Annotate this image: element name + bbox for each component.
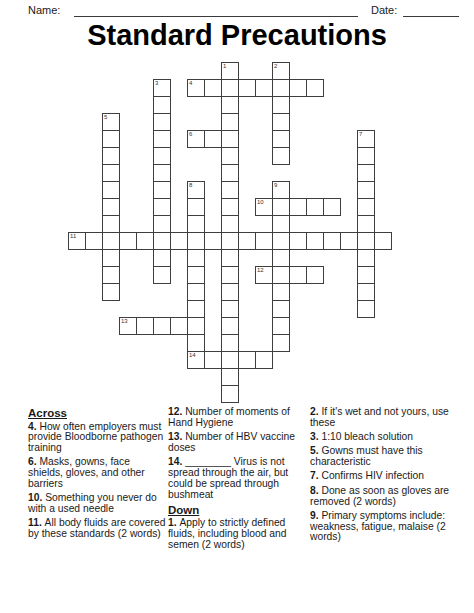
grid-cell-r4-c9[interactable] [221, 130, 239, 148]
grid-cell-r1-c14[interactable] [306, 79, 324, 97]
clue-2: 2. If it's wet and not yours, use these [310, 407, 468, 429]
clue-number-label: 14. [168, 456, 185, 467]
grid-cell-r0-c9[interactable]: 1 [221, 62, 239, 80]
grid-cell-r9-c2[interactable] [102, 215, 120, 233]
grid-cell-r5-c2[interactable] [102, 147, 120, 165]
grid-cell-r10-c4[interactable] [136, 232, 154, 250]
clue-number-label: 5. [310, 445, 321, 456]
grid-cell-r8-c9[interactable] [221, 198, 239, 216]
grid-cell-r13-c2[interactable] [102, 283, 120, 301]
grid-cell-r17-c9[interactable] [221, 351, 239, 369]
grid-cell-r16-c12[interactable] [272, 334, 290, 352]
grid-cell-r15-c12[interactable] [272, 317, 290, 335]
grid-cell-r10-c2[interactable] [102, 232, 120, 250]
grid-cell-r10-c15[interactable] [323, 232, 341, 250]
grid-cell-r10-c0[interactable]: 11 [68, 232, 86, 250]
grid-cell-r12-c7[interactable] [187, 266, 205, 284]
grid-cell-r15-c4[interactable] [136, 317, 154, 335]
grid-cell-r8-c17[interactable] [357, 198, 375, 216]
grid-cell-r6-c17[interactable] [357, 164, 375, 182]
grid-cell-r13-c12[interactable] [272, 283, 290, 301]
grid-cell-r12-c14[interactable] [306, 266, 324, 284]
grid-cell-r3-c9[interactable] [221, 113, 239, 131]
grid-cell-r10-c12[interactable] [272, 232, 290, 250]
grid-cell-r17-c11[interactable] [255, 351, 273, 369]
grid-cell-r2-c9[interactable] [221, 96, 239, 114]
grid-cell-r10-c7[interactable] [187, 232, 205, 250]
clue-3: 3. 1:10 bleach solution [310, 432, 468, 443]
worksheet: Name: Date: Standard Precautions 1234567… [0, 0, 474, 613]
grid-cell-r17-c7[interactable]: 14 [187, 351, 205, 369]
grid-cell-r5-c12[interactable] [272, 147, 290, 165]
cell-number-11: 11 [70, 233, 76, 240]
clue-number-label: 9. [310, 510, 321, 521]
clue-12: 12. Number of moments of Hand Hygiene [168, 407, 308, 429]
grid-cell-r7-c7[interactable]: 8 [187, 181, 205, 199]
grid-cell-r7-c12[interactable]: 9 [272, 181, 290, 199]
grid-cell-r12-c2[interactable] [102, 266, 120, 284]
grid-cell-r15-c5[interactable] [153, 317, 171, 335]
grid-cell-r6-c2[interactable] [102, 164, 120, 182]
clue-number-label: 11. [28, 517, 45, 528]
grid-cell-r8-c12[interactable] [272, 198, 290, 216]
clue-14: 14. ________ Virus is not spread through… [168, 457, 308, 500]
grid-cell-r7-c17[interactable] [357, 181, 375, 199]
cell-number-1: 1 [223, 63, 226, 70]
cell-number-4: 4 [189, 80, 192, 87]
grid-cell-r10-c14[interactable] [306, 232, 324, 250]
grid-cell-r15-c9[interactable] [221, 317, 239, 335]
crossword-grid: 1234567891011121314 [68, 62, 392, 403]
clues-heading-down: Down [168, 504, 308, 516]
grid-cell-r8-c11[interactable]: 10 [255, 198, 273, 216]
grid-cell-r13-c17[interactable] [357, 283, 375, 301]
grid-cell-r15-c6[interactable] [170, 317, 188, 335]
grid-cell-r12-c11[interactable]: 12 [255, 266, 273, 284]
date-fill-line[interactable] [403, 4, 459, 17]
grid-cell-r19-c9[interactable] [221, 385, 239, 403]
grid-cell-r7-c9[interactable] [221, 181, 239, 199]
grid-cell-r5-c5[interactable] [153, 147, 171, 165]
clue-11: 11. All body fluids are covered by these… [28, 518, 166, 540]
clue-number-label: 12. [168, 406, 185, 417]
grid-cell-r10-c11[interactable] [255, 232, 273, 250]
grid-cell-r5-c9[interactable] [221, 147, 239, 165]
grid-cell-r8-c7[interactable] [187, 198, 205, 216]
clues-heading-across: Across [28, 407, 166, 419]
grid-cell-r3-c5[interactable] [153, 113, 171, 131]
grid-cell-r1-c9[interactable] [221, 79, 239, 97]
grid-cell-r10-c3[interactable] [119, 232, 137, 250]
grid-cell-r9-c9[interactable] [221, 215, 239, 233]
page-title: Standard Precautions [0, 19, 474, 52]
grid-cell-r1-c10[interactable] [238, 79, 256, 97]
grid-cell-r9-c7[interactable] [187, 215, 205, 233]
grid-cell-r4-c17[interactable]: 7 [357, 130, 375, 148]
grid-cell-r7-c5[interactable] [153, 181, 171, 199]
grid-cell-r9-c5[interactable] [153, 215, 171, 233]
grid-cell-r9-c12[interactable] [272, 215, 290, 233]
cell-number-7: 7 [359, 131, 362, 138]
worksheet-page: { "game": "crossword", "title": "Standar… [0, 0, 474, 613]
grid-cell-r4-c5[interactable] [153, 130, 171, 148]
grid-cell-r10-c8[interactable] [204, 232, 222, 250]
cell-number-3: 3 [155, 80, 158, 87]
grid-cell-r10-c10[interactable] [238, 232, 256, 250]
grid-cell-r13-c7[interactable] [187, 283, 205, 301]
grid-cell-r1-c8[interactable] [204, 79, 222, 97]
grid-cell-r2-c5[interactable] [153, 96, 171, 114]
grid-cell-r10-c6[interactable] [170, 232, 188, 250]
grid-cell-r11-c9[interactable] [221, 249, 239, 267]
grid-cell-r15-c7[interactable] [187, 317, 205, 335]
grid-cell-r10-c13[interactable] [289, 232, 307, 250]
grid-cell-r1-c13[interactable] [289, 79, 307, 97]
grid-cell-r9-c17[interactable] [357, 215, 375, 233]
grid-cell-r11-c7[interactable] [187, 249, 205, 267]
grid-cell-r0-c12[interactable]: 2 [272, 62, 290, 80]
grid-cell-r3-c2[interactable]: 5 [102, 113, 120, 131]
grid-cell-r18-c9[interactable] [221, 368, 239, 386]
clue-number-label: 8. [310, 485, 321, 496]
clue-number-label: 10. [28, 492, 45, 503]
grid-cell-r11-c12[interactable] [272, 249, 290, 267]
grid-cell-r11-c2[interactable] [102, 249, 120, 267]
grid-cell-r10-c1[interactable] [85, 232, 103, 250]
grid-cell-r3-c12[interactable] [272, 113, 290, 131]
grid-cell-r4-c8[interactable] [204, 130, 222, 148]
clue-column-3: 2. If it's wet and not yours, use these3… [310, 407, 468, 547]
clue-number-label: 2. [310, 406, 321, 417]
clue-column-2: 12. Number of moments of Hand Hygiene13.… [168, 407, 308, 554]
clue-6: 6. Masks, gowns, face shields, gloves, a… [28, 457, 166, 489]
clue-number-label: 1. [168, 517, 179, 528]
grid-cell-r6-c5[interactable] [153, 164, 171, 182]
grid-cell-r1-c12[interactable] [272, 79, 290, 97]
clue-7: 7. Confirms HIV infection [310, 471, 468, 482]
grid-cell-r8-c5[interactable] [153, 198, 171, 216]
grid-cell-r12-c17[interactable] [357, 266, 375, 284]
grid-cell-r17-c8[interactable] [204, 351, 222, 369]
cell-number-10: 10 [257, 199, 264, 206]
clue-8: 8. Done as soon as gloves are removed (2… [310, 486, 468, 508]
grid-cell-r4-c7[interactable]: 6 [187, 130, 205, 148]
grid-cell-r14-c9[interactable] [221, 300, 239, 318]
grid-cell-r1-c5[interactable]: 3 [153, 79, 171, 97]
grid-cell-r14-c12[interactable] [272, 300, 290, 318]
grid-cell-r10-c17[interactable] [357, 232, 375, 250]
grid-cell-r1-c7[interactable]: 4 [187, 79, 205, 97]
grid-cell-r12-c12[interactable] [272, 266, 290, 284]
name-label: Name: [28, 4, 60, 16]
grid-cell-r13-c9[interactable] [221, 283, 239, 301]
clue-4: 4. How often employers must provide Bloo… [28, 422, 166, 454]
grid-cell-r16-c9[interactable] [221, 334, 239, 352]
grid-cell-r4-c12[interactable] [272, 130, 290, 148]
grid-cell-r2-c12[interactable] [272, 96, 290, 114]
clue-5: 5. Gowns must have this characteristic [310, 446, 468, 468]
name-fill-line[interactable] [74, 4, 358, 17]
grid-cell-r17-c10[interactable] [238, 351, 256, 369]
clue-13: 13. Number of HBV vaccine doses [168, 432, 308, 454]
cell-number-8: 8 [189, 182, 192, 189]
grid-cell-r7-c2[interactable] [102, 181, 120, 199]
grid-cell-r10-c18[interactable] [374, 232, 392, 250]
grid-cell-r10-c9[interactable] [221, 232, 239, 250]
cell-number-6: 6 [189, 131, 192, 138]
clue-number-label: 4. [28, 421, 39, 432]
cell-number-14: 14 [189, 352, 196, 359]
grid-cell-r14-c7[interactable] [187, 300, 205, 318]
cell-number-5: 5 [104, 114, 107, 121]
grid-cell-r10-c16[interactable] [340, 232, 358, 250]
grid-cell-r8-c2[interactable] [102, 198, 120, 216]
grid-cell-r8-c13[interactable] [289, 198, 307, 216]
grid-cell-r12-c5[interactable] [153, 266, 171, 284]
grid-cell-r10-c5[interactable] [153, 232, 171, 250]
clue-9: 9. Primary symptoms include: weakness, f… [310, 511, 468, 543]
clue-1: 1. Apply to strictly defined fluids, inc… [168, 518, 308, 550]
grid-cell-r5-c17[interactable] [357, 147, 375, 165]
grid-cell-r15-c3[interactable]: 13 [119, 317, 137, 335]
grid-cell-r12-c9[interactable] [221, 266, 239, 284]
clue-10: 10. Something you never do with a used n… [28, 493, 166, 515]
grid-cell-r4-c2[interactable] [102, 130, 120, 148]
grid-cell-r1-c11[interactable] [255, 79, 273, 97]
clue-column-1: Across4. How often employers must provid… [28, 407, 166, 544]
cell-number-13: 13 [121, 318, 128, 325]
cell-number-9: 9 [274, 182, 277, 189]
clue-number-label: 13. [168, 431, 185, 442]
cell-number-2: 2 [274, 63, 277, 70]
grid-cell-r14-c17[interactable] [357, 300, 375, 318]
grid-cell-r11-c17[interactable] [357, 249, 375, 267]
grid-cell-r8-c15[interactable] [323, 198, 341, 216]
grid-cell-r16-c7[interactable] [187, 334, 205, 352]
grid-cell-r12-c13[interactable] [289, 266, 307, 284]
grid-cell-r8-c14[interactable] [306, 198, 324, 216]
clue-number-label: 3. [310, 431, 321, 442]
grid-cell-r11-c5[interactable] [153, 249, 171, 267]
clue-number-label: 7. [310, 470, 321, 481]
clue-number-label: 6. [28, 456, 39, 467]
date-label: Date: [371, 4, 397, 16]
cell-number-12: 12 [257, 267, 264, 274]
grid-cell-r6-c9[interactable] [221, 164, 239, 182]
